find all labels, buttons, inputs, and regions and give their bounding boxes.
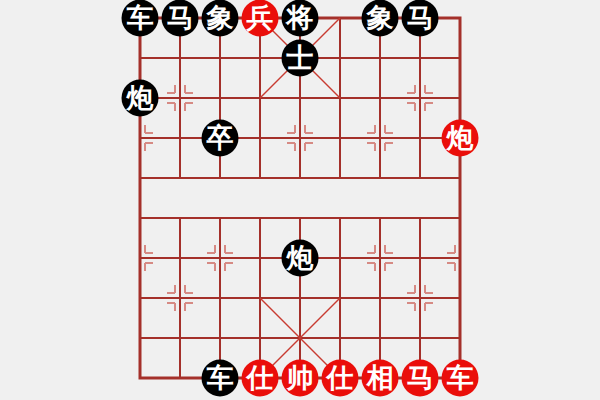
intersection-2-1[interactable] bbox=[200, 38, 240, 78]
intersection-4-8[interactable] bbox=[280, 318, 320, 358]
intersection-5-2[interactable] bbox=[320, 78, 360, 118]
intersection-6-7[interactable] bbox=[360, 278, 400, 318]
piece-red-chariot[interactable]: 车 bbox=[442, 360, 479, 397]
intersection-0-1[interactable] bbox=[120, 38, 160, 78]
intersection-4-6[interactable]: 炮 bbox=[280, 238, 320, 278]
intersection-2-0[interactable]: 象 bbox=[200, 0, 240, 38]
intersection-4-5[interactable] bbox=[280, 198, 320, 238]
intersection-8-3[interactable]: 炮 bbox=[440, 118, 480, 158]
intersection-5-8[interactable] bbox=[320, 318, 360, 358]
piece-black-chariot[interactable]: 车 bbox=[202, 360, 239, 397]
intersection-7-4[interactable] bbox=[400, 158, 440, 198]
piece-black-soldier[interactable]: 卒 bbox=[202, 120, 239, 157]
intersection-8-6[interactable] bbox=[440, 238, 480, 278]
intersection-8-4[interactable] bbox=[440, 158, 480, 198]
intersection-6-2[interactable] bbox=[360, 78, 400, 118]
intersection-3-7[interactable] bbox=[240, 278, 280, 318]
intersection-6-5[interactable] bbox=[360, 198, 400, 238]
intersection-5-9[interactable]: 仕 bbox=[320, 358, 360, 398]
intersection-1-7[interactable] bbox=[160, 278, 200, 318]
intersection-7-7[interactable] bbox=[400, 278, 440, 318]
intersection-2-9[interactable]: 车 bbox=[200, 358, 240, 398]
intersection-0-3[interactable] bbox=[120, 118, 160, 158]
intersection-3-2[interactable] bbox=[240, 78, 280, 118]
intersection-7-9[interactable]: 马 bbox=[400, 358, 440, 398]
intersection-7-0[interactable]: 马 bbox=[400, 0, 440, 38]
intersection-3-1[interactable] bbox=[240, 38, 280, 78]
intersection-5-4[interactable] bbox=[320, 158, 360, 198]
intersection-5-1[interactable] bbox=[320, 38, 360, 78]
intersection-2-8[interactable] bbox=[200, 318, 240, 358]
intersection-0-4[interactable] bbox=[120, 158, 160, 198]
intersection-0-5[interactable] bbox=[120, 198, 160, 238]
intersection-8-8[interactable] bbox=[440, 318, 480, 358]
intersection-1-2[interactable] bbox=[160, 78, 200, 118]
intersection-4-9[interactable]: 帅 bbox=[280, 358, 320, 398]
intersection-1-9[interactable] bbox=[160, 358, 200, 398]
intersection-3-3[interactable] bbox=[240, 118, 280, 158]
intersection-6-4[interactable] bbox=[360, 158, 400, 198]
piece-red-soldier[interactable]: 兵 bbox=[242, 0, 279, 37]
piece-black-elephant[interactable]: 象 bbox=[362, 0, 399, 37]
intersection-7-6[interactable] bbox=[400, 238, 440, 278]
intersection-3-6[interactable] bbox=[240, 238, 280, 278]
intersection-4-1[interactable]: 士 bbox=[280, 38, 320, 78]
board-grid: 车马象兵将象马士炮卒炮炮车仕帅仕相马车 bbox=[120, 0, 480, 398]
intersection-2-7[interactable] bbox=[200, 278, 240, 318]
piece-red-horse[interactable]: 马 bbox=[402, 360, 439, 397]
intersection-0-2[interactable]: 炮 bbox=[120, 78, 160, 118]
intersection-0-6[interactable] bbox=[120, 238, 160, 278]
intersection-5-6[interactable] bbox=[320, 238, 360, 278]
intersection-2-4[interactable] bbox=[200, 158, 240, 198]
intersection-6-1[interactable] bbox=[360, 38, 400, 78]
intersection-3-9[interactable]: 仕 bbox=[240, 358, 280, 398]
intersection-1-6[interactable] bbox=[160, 238, 200, 278]
intersection-4-4[interactable] bbox=[280, 158, 320, 198]
piece-black-elephant[interactable]: 象 bbox=[202, 0, 239, 37]
intersection-4-3[interactable] bbox=[280, 118, 320, 158]
intersection-3-4[interactable] bbox=[240, 158, 280, 198]
piece-black-horse[interactable]: 马 bbox=[402, 0, 439, 37]
intersection-4-2[interactable] bbox=[280, 78, 320, 118]
piece-black-advisor[interactable]: 士 bbox=[282, 40, 319, 77]
piece-red-elephant[interactable]: 相 bbox=[362, 360, 399, 397]
intersection-7-8[interactable] bbox=[400, 318, 440, 358]
intersection-4-0[interactable]: 将 bbox=[280, 0, 320, 38]
intersection-2-3[interactable]: 卒 bbox=[200, 118, 240, 158]
intersection-7-1[interactable] bbox=[400, 38, 440, 78]
intersection-5-0[interactable] bbox=[320, 0, 360, 38]
intersection-1-8[interactable] bbox=[160, 318, 200, 358]
piece-black-cannon[interactable]: 炮 bbox=[282, 240, 319, 277]
intersection-5-5[interactable] bbox=[320, 198, 360, 238]
intersection-0-9[interactable] bbox=[120, 358, 160, 398]
intersection-6-8[interactable] bbox=[360, 318, 400, 358]
intersection-2-6[interactable] bbox=[200, 238, 240, 278]
piece-red-advisor[interactable]: 仕 bbox=[242, 360, 279, 397]
intersection-0-0[interactable]: 车 bbox=[120, 0, 160, 38]
intersection-2-5[interactable] bbox=[200, 198, 240, 238]
xiangqi-app: 车马象兵将象马士炮卒炮炮车仕帅仕相马车 bbox=[0, 0, 600, 400]
intersection-8-0[interactable] bbox=[440, 0, 480, 38]
intersection-3-8[interactable] bbox=[240, 318, 280, 358]
intersection-1-1[interactable] bbox=[160, 38, 200, 78]
intersection-1-4[interactable] bbox=[160, 158, 200, 198]
piece-black-horse[interactable]: 马 bbox=[162, 0, 199, 37]
intersection-2-2[interactable] bbox=[200, 78, 240, 118]
piece-red-cannon[interactable]: 炮 bbox=[442, 120, 479, 157]
intersection-3-0[interactable]: 兵 bbox=[240, 0, 280, 38]
intersection-5-7[interactable] bbox=[320, 278, 360, 318]
intersection-8-1[interactable] bbox=[440, 38, 480, 78]
intersection-8-2[interactable] bbox=[440, 78, 480, 118]
intersection-6-3[interactable] bbox=[360, 118, 400, 158]
piece-red-general[interactable]: 帅 bbox=[282, 360, 319, 397]
intersection-5-3[interactable] bbox=[320, 118, 360, 158]
intersection-6-0[interactable]: 象 bbox=[360, 0, 400, 38]
piece-black-chariot[interactable]: 车 bbox=[122, 0, 159, 37]
piece-black-cannon[interactable]: 炮 bbox=[122, 80, 159, 117]
intersection-8-5[interactable] bbox=[440, 198, 480, 238]
piece-black-general[interactable]: 将 bbox=[282, 0, 319, 37]
intersection-0-8[interactable] bbox=[120, 318, 160, 358]
intersection-6-6[interactable] bbox=[360, 238, 400, 278]
intersection-4-7[interactable] bbox=[280, 278, 320, 318]
intersection-0-7[interactable] bbox=[120, 278, 160, 318]
intersection-8-7[interactable] bbox=[440, 278, 480, 318]
intersection-8-9[interactable]: 车 bbox=[440, 358, 480, 398]
intersection-6-9[interactable]: 相 bbox=[360, 358, 400, 398]
intersection-7-3[interactable] bbox=[400, 118, 440, 158]
intersection-1-5[interactable] bbox=[160, 198, 200, 238]
intersection-1-3[interactable] bbox=[160, 118, 200, 158]
intersection-3-5[interactable] bbox=[240, 198, 280, 238]
intersection-7-2[interactable] bbox=[400, 78, 440, 118]
intersection-7-5[interactable] bbox=[400, 198, 440, 238]
piece-red-advisor[interactable]: 仕 bbox=[322, 360, 359, 397]
intersection-1-0[interactable]: 马 bbox=[160, 0, 200, 38]
